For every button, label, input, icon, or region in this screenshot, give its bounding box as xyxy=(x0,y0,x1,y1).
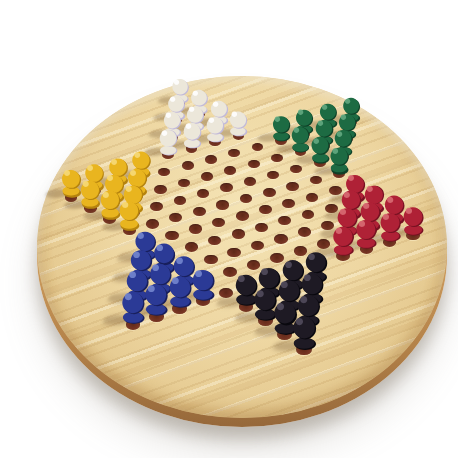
board-hole[interactable] xyxy=(212,218,225,227)
board-hole[interactable] xyxy=(252,143,264,152)
peg-glare: ● xyxy=(339,209,346,216)
board-hole[interactable] xyxy=(274,234,287,244)
board-hole[interactable] xyxy=(216,200,229,209)
peg-glare: ● xyxy=(336,131,342,137)
board-hole[interactable] xyxy=(282,199,295,208)
peg-glare: ● xyxy=(124,293,132,300)
board-hole[interactable] xyxy=(240,194,253,203)
peg-glare: ● xyxy=(332,148,339,154)
peg-glare: ● xyxy=(343,192,350,198)
peg-glare: ● xyxy=(335,228,342,235)
peg-glare: ● xyxy=(294,127,300,133)
board-hole[interactable] xyxy=(189,224,202,234)
peg-glare: ● xyxy=(174,80,180,85)
peg-glare: ● xyxy=(257,290,265,297)
board-hole[interactable] xyxy=(169,213,182,222)
peg-glare: ● xyxy=(126,186,133,192)
peg-glare: ● xyxy=(321,104,327,110)
board-hole[interactable] xyxy=(154,185,167,194)
peg-glare: ● xyxy=(313,137,319,143)
peg-glare: ● xyxy=(185,124,191,130)
peg-glare: ● xyxy=(137,232,144,239)
board-hole[interactable] xyxy=(244,177,256,186)
peg-glare: ● xyxy=(64,171,71,177)
peg-glare: ● xyxy=(83,181,90,187)
peg-glare: ● xyxy=(304,274,312,281)
peg-glare: ● xyxy=(298,110,304,116)
peg-glare: ● xyxy=(130,169,137,175)
board-hole[interactable] xyxy=(310,176,322,185)
board-hole[interactable] xyxy=(197,189,210,198)
peg-glare: ● xyxy=(340,115,346,121)
peg-glare: ● xyxy=(134,153,141,159)
peg-glare: ● xyxy=(347,175,354,181)
peg-glare: ● xyxy=(170,97,176,103)
peg-glare: ● xyxy=(133,252,141,259)
peg-glare: ● xyxy=(276,303,284,310)
board-hole[interactable] xyxy=(227,248,241,258)
board-hole[interactable] xyxy=(259,205,272,214)
peg-glare: ● xyxy=(382,214,389,221)
board-hole[interactable] xyxy=(205,155,217,164)
peg-glare: ● xyxy=(165,113,171,119)
board-hole[interactable] xyxy=(255,223,268,233)
peg-glare: ● xyxy=(308,254,316,261)
peg-glare: ● xyxy=(129,272,137,279)
peg-glare: ● xyxy=(195,270,203,277)
board-hole[interactable] xyxy=(236,211,249,220)
board-hole[interactable] xyxy=(278,216,291,225)
board-hole[interactable] xyxy=(158,168,170,177)
board-hole[interactable] xyxy=(263,188,276,197)
peg-glare: ● xyxy=(106,175,113,181)
board-hole[interactable] xyxy=(193,207,206,216)
board-hole[interactable] xyxy=(232,229,245,239)
peg-glare: ● xyxy=(363,203,370,209)
peg-glare: ● xyxy=(367,186,374,192)
board-hole[interactable] xyxy=(150,202,163,211)
board-hole[interactable] xyxy=(298,227,311,237)
board-hole[interactable] xyxy=(174,196,187,205)
peg-glare: ● xyxy=(295,318,303,326)
peg-glare: ● xyxy=(212,101,218,107)
peg-glare: ● xyxy=(280,282,288,289)
holes-and-pegs-layer: ●●●●●●●●●●●●●●●●●●●●●●●●●●●●●●●●●●●●●●●●… xyxy=(0,0,458,458)
peg-glare: ● xyxy=(152,265,160,272)
peg-glare: ● xyxy=(232,112,238,118)
peg-glare: ● xyxy=(193,91,199,96)
peg-glare: ● xyxy=(208,118,214,124)
peg-glare: ● xyxy=(175,257,183,264)
peg-glare: ● xyxy=(110,159,117,165)
board-hole[interactable] xyxy=(248,160,260,169)
peg-glare: ● xyxy=(345,98,351,104)
peg-glare: ● xyxy=(122,203,129,209)
peg-glare: ● xyxy=(237,276,245,283)
peg-glare: ● xyxy=(274,116,280,122)
board-hole[interactable] xyxy=(306,193,319,202)
peg-glare: ● xyxy=(156,245,164,252)
board-hole[interactable] xyxy=(302,210,315,219)
peg-glare: ● xyxy=(102,192,109,198)
peg-glare: ● xyxy=(299,295,307,302)
board-hole[interactable] xyxy=(286,182,298,191)
board-hole[interactable] xyxy=(267,171,279,180)
peg-glare: ● xyxy=(284,261,292,268)
peg-glare: ● xyxy=(386,197,393,203)
product-photo-scene: ●●●●●●●●●●●●●●●●●●●●●●●●●●●●●●●●●●●●●●●●… xyxy=(0,0,458,458)
peg-glare: ● xyxy=(405,208,412,215)
board-hole[interactable] xyxy=(224,166,236,175)
peg-glare: ● xyxy=(261,268,269,275)
peg-glare: ● xyxy=(189,107,195,113)
board-hole[interactable] xyxy=(178,179,190,188)
peg-glare: ● xyxy=(148,285,156,292)
board-hole[interactable] xyxy=(182,161,194,170)
peg-glare: ● xyxy=(359,221,366,228)
peg-glare: ● xyxy=(317,121,323,127)
board-hole[interactable] xyxy=(208,236,221,246)
board-hole[interactable] xyxy=(201,172,213,181)
board-hole[interactable] xyxy=(220,183,232,192)
board-hole[interactable] xyxy=(251,241,265,251)
board-hole[interactable] xyxy=(228,149,240,158)
board-hole[interactable] xyxy=(290,165,302,174)
peg-glare: ● xyxy=(87,165,94,171)
peg-glare: ● xyxy=(161,130,167,136)
peg-glare: ● xyxy=(171,278,179,285)
board-hole[interactable] xyxy=(271,154,283,163)
